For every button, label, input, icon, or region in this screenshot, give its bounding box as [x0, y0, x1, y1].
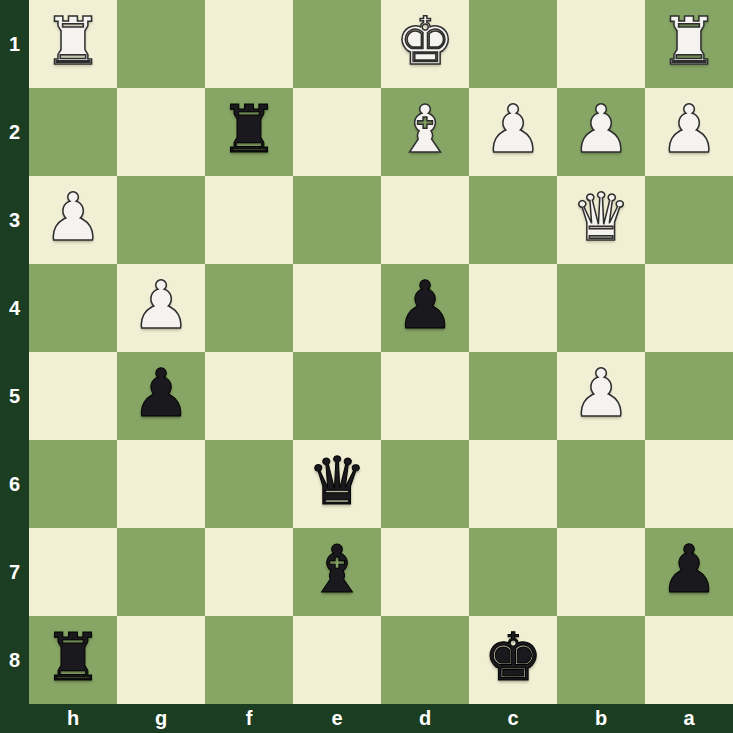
square-a4[interactable]: [645, 264, 733, 352]
square-c1[interactable]: [469, 0, 557, 88]
square-c5[interactable]: [469, 352, 557, 440]
rank-label-8: 8: [0, 616, 29, 704]
square-g8[interactable]: [117, 616, 205, 704]
square-h6[interactable]: [29, 440, 117, 528]
square-c4[interactable]: [469, 264, 557, 352]
square-b7[interactable]: [557, 528, 645, 616]
file-label-d: d: [381, 704, 469, 733]
square-e6[interactable]: ♛: [293, 440, 381, 528]
piece-wQ-b3: ♛: [571, 174, 630, 262]
piece-bB-e7: ♝: [307, 526, 366, 614]
square-a7[interactable]: ♟: [645, 528, 733, 616]
chess-board: 12345678 ♜♚♜♜♝♟♟♟♟♛♟♟♟♟♛♝♟♜♚ hgfedcba: [0, 0, 733, 733]
square-c6[interactable]: [469, 440, 557, 528]
piece-wB-d2: ♝: [395, 86, 454, 174]
square-c7[interactable]: [469, 528, 557, 616]
square-d2[interactable]: ♝: [381, 88, 469, 176]
piece-wP-c2: ♟: [483, 86, 542, 174]
square-a5[interactable]: [645, 352, 733, 440]
square-d8[interactable]: [381, 616, 469, 704]
square-a1[interactable]: ♜: [645, 0, 733, 88]
square-g2[interactable]: [117, 88, 205, 176]
piece-wR-a1: ♜: [659, 0, 718, 86]
square-h5[interactable]: [29, 352, 117, 440]
square-b3[interactable]: ♛: [557, 176, 645, 264]
square-f2[interactable]: ♜: [205, 88, 293, 176]
rank-label-7: 7: [0, 528, 29, 616]
square-c3[interactable]: [469, 176, 557, 264]
file-label-e: e: [293, 704, 381, 733]
square-b5[interactable]: ♟: [557, 352, 645, 440]
square-e1[interactable]: [293, 0, 381, 88]
square-h4[interactable]: [29, 264, 117, 352]
square-f8[interactable]: [205, 616, 293, 704]
piece-wP-b5: ♟: [571, 350, 630, 438]
file-label-a: a: [645, 704, 733, 733]
piece-wP-h3: ♟: [43, 174, 102, 262]
square-e8[interactable]: [293, 616, 381, 704]
square-d7[interactable]: [381, 528, 469, 616]
board-grid: ♜♚♜♜♝♟♟♟♟♛♟♟♟♟♛♝♟♜♚: [29, 0, 733, 704]
file-label-c: c: [469, 704, 557, 733]
square-a8[interactable]: [645, 616, 733, 704]
piece-wP-b2: ♟: [571, 86, 630, 174]
square-e5[interactable]: [293, 352, 381, 440]
square-g4[interactable]: ♟: [117, 264, 205, 352]
piece-bR-f2: ♜: [219, 86, 278, 174]
square-f5[interactable]: [205, 352, 293, 440]
square-f4[interactable]: [205, 264, 293, 352]
file-labels: hgfedcba: [29, 704, 733, 733]
square-f6[interactable]: [205, 440, 293, 528]
square-d5[interactable]: [381, 352, 469, 440]
square-d1[interactable]: ♚: [381, 0, 469, 88]
square-d6[interactable]: [381, 440, 469, 528]
square-b4[interactable]: [557, 264, 645, 352]
square-g3[interactable]: [117, 176, 205, 264]
piece-bP-a7: ♟: [659, 526, 718, 614]
square-g6[interactable]: [117, 440, 205, 528]
piece-bP-d4: ♟: [395, 262, 454, 350]
piece-bP-g5: ♟: [131, 350, 190, 438]
square-h7[interactable]: [29, 528, 117, 616]
square-a2[interactable]: ♟: [645, 88, 733, 176]
square-e4[interactable]: [293, 264, 381, 352]
file-label-h: h: [29, 704, 117, 733]
rank-label-6: 6: [0, 440, 29, 528]
square-h2[interactable]: [29, 88, 117, 176]
rank-label-1: 1: [0, 0, 29, 88]
rank-label-2: 2: [0, 88, 29, 176]
square-d3[interactable]: [381, 176, 469, 264]
piece-wK-d1: ♚: [395, 0, 454, 86]
square-b8[interactable]: [557, 616, 645, 704]
square-d4[interactable]: ♟: [381, 264, 469, 352]
square-g7[interactable]: [117, 528, 205, 616]
square-f1[interactable]: [205, 0, 293, 88]
square-e7[interactable]: ♝: [293, 528, 381, 616]
piece-wP-a2: ♟: [659, 86, 718, 174]
square-a6[interactable]: [645, 440, 733, 528]
file-label-g: g: [117, 704, 205, 733]
square-b2[interactable]: ♟: [557, 88, 645, 176]
square-a3[interactable]: [645, 176, 733, 264]
square-g5[interactable]: ♟: [117, 352, 205, 440]
piece-wP-g4: ♟: [131, 262, 190, 350]
file-label-f: f: [205, 704, 293, 733]
square-g1[interactable]: [117, 0, 205, 88]
piece-bR-h8: ♜: [43, 614, 102, 702]
rank-label-4: 4: [0, 264, 29, 352]
square-h1[interactable]: ♜: [29, 0, 117, 88]
square-e3[interactable]: [293, 176, 381, 264]
rank-labels: 12345678: [0, 0, 29, 704]
piece-wR-h1: ♜: [43, 0, 102, 86]
square-h3[interactable]: ♟: [29, 176, 117, 264]
square-c8[interactable]: ♚: [469, 616, 557, 704]
square-h8[interactable]: ♜: [29, 616, 117, 704]
piece-bQ-e6: ♛: [307, 438, 366, 526]
rank-label-5: 5: [0, 352, 29, 440]
file-label-b: b: [557, 704, 645, 733]
square-f3[interactable]: [205, 176, 293, 264]
square-e2[interactable]: [293, 88, 381, 176]
square-c2[interactable]: ♟: [469, 88, 557, 176]
rank-label-3: 3: [0, 176, 29, 264]
square-f7[interactable]: [205, 528, 293, 616]
piece-bK-c8: ♚: [483, 614, 542, 702]
square-b1[interactable]: [557, 0, 645, 88]
square-b6[interactable]: [557, 440, 645, 528]
